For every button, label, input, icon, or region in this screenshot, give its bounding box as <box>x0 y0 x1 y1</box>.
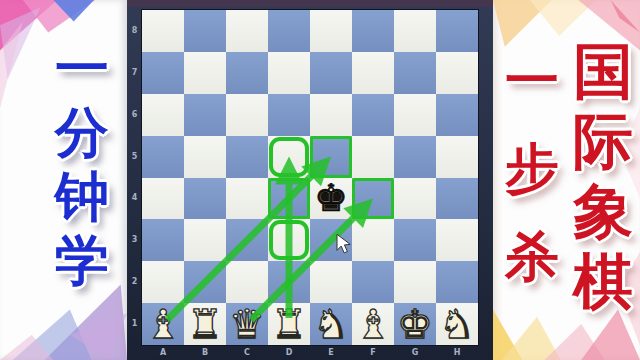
square-b5[interactable] <box>184 136 226 178</box>
square-c8[interactable] <box>226 10 268 52</box>
square-b2[interactable] <box>184 261 226 303</box>
square-h3[interactable] <box>436 219 478 261</box>
square-f2[interactable] <box>352 261 394 303</box>
square-d4[interactable] <box>268 178 310 220</box>
square-e1[interactable]: ♞ <box>310 303 352 345</box>
rank-label-1: 1 <box>129 319 140 328</box>
square-g6[interactable] <box>394 94 436 136</box>
highlight-d4 <box>268 178 310 220</box>
square-a2[interactable] <box>142 261 184 303</box>
file-label-B: B <box>200 348 210 357</box>
rank-label-6: 6 <box>129 110 140 119</box>
left-banner: 一分钟学 <box>0 0 127 360</box>
square-b6[interactable] <box>184 94 226 136</box>
piece-white-rook-b1[interactable]: ♜ <box>184 303 226 345</box>
square-h1[interactable]: ♞ <box>436 303 478 345</box>
square-c4[interactable] <box>226 178 268 220</box>
file-label-F: F <box>368 348 378 357</box>
square-f8[interactable] <box>352 10 394 52</box>
square-g4[interactable] <box>394 178 436 220</box>
left-title-char-3: 钟 <box>55 168 109 226</box>
rank-label-7: 7 <box>129 68 140 77</box>
right-banner-title: 国际象棋 <box>570 38 636 314</box>
file-label-A: A <box>158 348 168 357</box>
square-g5[interactable] <box>394 136 436 178</box>
square-a1[interactable]: ♝ <box>142 303 184 345</box>
square-f1[interactable]: ♝ <box>352 303 394 345</box>
file-label-C: C <box>242 348 252 357</box>
piece-white-bishop-f1[interactable]: ♝ <box>352 303 394 345</box>
highlight-d5 <box>269 137 309 177</box>
chess-board: ♚♝♜♛♜♞♝♚♞ 87654321ABCDEFGH <box>127 0 493 360</box>
square-a5[interactable] <box>142 136 184 178</box>
square-e6[interactable] <box>310 94 352 136</box>
left-title-char-2: 分 <box>55 104 109 162</box>
rank-label-3: 3 <box>129 235 140 244</box>
square-a8[interactable] <box>142 10 184 52</box>
left-title-char-4: 学 <box>55 232 109 290</box>
square-e2[interactable] <box>310 261 352 303</box>
piece-white-king-g1[interactable]: ♚ <box>394 303 436 345</box>
title-char-3: 象 <box>573 178 633 244</box>
square-c5[interactable] <box>226 136 268 178</box>
square-a7[interactable] <box>142 52 184 94</box>
square-h5[interactable] <box>436 136 478 178</box>
piece-white-knight-h1[interactable]: ♞ <box>436 303 478 345</box>
square-g2[interactable] <box>394 261 436 303</box>
square-d8[interactable] <box>268 10 310 52</box>
square-d7[interactable] <box>268 52 310 94</box>
square-h7[interactable] <box>436 52 478 94</box>
square-b1[interactable]: ♜ <box>184 303 226 345</box>
subtitle-char-3: 杀 <box>505 228 559 286</box>
square-c6[interactable] <box>226 94 268 136</box>
file-label-G: G <box>410 348 420 357</box>
piece-white-queen-c1[interactable]: ♛ <box>226 303 268 345</box>
square-e5[interactable] <box>310 136 352 178</box>
square-b8[interactable] <box>184 10 226 52</box>
title-char-4: 棋 <box>573 248 633 314</box>
right-banner: 一步杀 国际象棋 <box>493 0 640 360</box>
square-e7[interactable] <box>310 52 352 94</box>
square-f6[interactable] <box>352 94 394 136</box>
square-h2[interactable] <box>436 261 478 303</box>
square-c2[interactable] <box>226 261 268 303</box>
rank-label-4: 4 <box>129 193 140 202</box>
square-c3[interactable] <box>226 219 268 261</box>
piece-white-knight-e1[interactable]: ♞ <box>310 303 352 345</box>
rank-label-8: 8 <box>129 26 140 35</box>
rank-label-2: 2 <box>129 277 140 286</box>
file-label-D: D <box>284 348 294 357</box>
square-b4[interactable] <box>184 178 226 220</box>
square-d3[interactable] <box>268 219 310 261</box>
subtitle-char-1: 一 <box>505 52 559 110</box>
square-f7[interactable] <box>352 52 394 94</box>
square-e3[interactable] <box>310 219 352 261</box>
square-a3[interactable] <box>142 219 184 261</box>
subtitle-char-2: 步 <box>505 140 559 198</box>
highlight-f4 <box>352 178 394 220</box>
title-char-2: 际 <box>573 108 633 174</box>
square-g7[interactable] <box>394 52 436 94</box>
square-d6[interactable] <box>268 94 310 136</box>
square-f5[interactable] <box>352 136 394 178</box>
square-d5[interactable] <box>268 136 310 178</box>
square-g8[interactable] <box>394 10 436 52</box>
square-h6[interactable] <box>436 94 478 136</box>
highlight-e5 <box>310 136 352 178</box>
piece-black-king-e4[interactable]: ♚ <box>310 178 352 220</box>
rank-label-5: 5 <box>129 152 140 161</box>
file-label-E: E <box>326 348 336 357</box>
left-banner-title: 一分钟学 <box>48 40 116 290</box>
square-e8[interactable] <box>310 10 352 52</box>
square-b3[interactable] <box>184 219 226 261</box>
square-g3[interactable] <box>394 219 436 261</box>
square-e4[interactable]: ♚ <box>310 178 352 220</box>
piece-white-bishop-a1[interactable]: ♝ <box>142 303 184 345</box>
square-d1[interactable]: ♜ <box>268 303 310 345</box>
square-g1[interactable]: ♚ <box>394 303 436 345</box>
piece-white-rook-d1[interactable]: ♜ <box>268 303 310 345</box>
board-grid: ♚♝♜♛♜♞♝♚♞ <box>142 10 478 345</box>
square-f4[interactable] <box>352 178 394 220</box>
square-a4[interactable] <box>142 178 184 220</box>
square-f3[interactable] <box>352 219 394 261</box>
square-c7[interactable] <box>226 52 268 94</box>
square-d2[interactable] <box>268 261 310 303</box>
square-c1[interactable]: ♛ <box>226 303 268 345</box>
title-char-1: 国 <box>573 38 633 104</box>
left-title-char-1: 一 <box>55 40 109 98</box>
square-h8[interactable] <box>436 10 478 52</box>
video-frame: 一分钟学 ♚♝♜♛♜♞♝♚♞ 87654321ABCDEFGH 一步杀 国际象棋 <box>0 0 640 360</box>
square-b7[interactable] <box>184 52 226 94</box>
square-h4[interactable] <box>436 178 478 220</box>
right-banner-subtitle: 一步杀 <box>500 52 564 286</box>
square-a6[interactable] <box>142 94 184 136</box>
file-label-H: H <box>452 348 462 357</box>
highlight-d3 <box>269 220 309 260</box>
